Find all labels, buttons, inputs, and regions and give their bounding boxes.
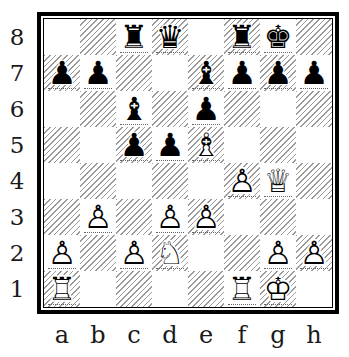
piece-black-rook: ♜ xyxy=(116,19,152,55)
rank-label-5: 5 xyxy=(0,127,34,163)
white-rook-glyph: ♖ xyxy=(224,271,260,307)
square-d7 xyxy=(152,55,188,91)
square-h7: ♟ xyxy=(296,55,332,91)
file-label-b: b xyxy=(80,318,116,352)
piece-white-pawn: ♟♙ xyxy=(152,199,188,235)
square-a2: ♟♙ xyxy=(44,235,80,271)
rank-label-7: 7 xyxy=(0,55,34,91)
piece-black-pawn: ♟ xyxy=(152,127,188,163)
square-h1 xyxy=(296,271,332,307)
piece-white-queen: ♛♕ xyxy=(260,163,296,199)
piece-black-pawn: ♟ xyxy=(80,55,116,91)
file-label-f: f xyxy=(224,318,260,352)
square-c5: ♟ xyxy=(116,127,152,163)
piece-white-pawn: ♟♙ xyxy=(188,199,224,235)
square-d6 xyxy=(152,91,188,127)
square-g7: ♟ xyxy=(260,55,296,91)
square-b1 xyxy=(80,271,116,307)
black-bishop-glyph: ♝ xyxy=(116,91,152,127)
file-label-a: a xyxy=(44,318,80,352)
square-b7: ♟ xyxy=(80,55,116,91)
white-knight-glyph: ♘ xyxy=(152,235,188,271)
square-a1: ♜♖ xyxy=(44,271,80,307)
black-pawn-glyph: ♟ xyxy=(44,55,80,91)
square-e7: ♝ xyxy=(188,55,224,91)
square-a8 xyxy=(44,19,80,55)
square-a4 xyxy=(44,163,80,199)
square-d4 xyxy=(152,163,188,199)
square-g2: ♟♙ xyxy=(260,235,296,271)
square-h6 xyxy=(296,91,332,127)
piece-white-pawn: ♟♙ xyxy=(224,163,260,199)
piece-white-pawn: ♟♙ xyxy=(80,199,116,235)
file-label-e: e xyxy=(188,318,224,352)
file-label-h: h xyxy=(296,318,332,352)
square-f3 xyxy=(224,199,260,235)
square-f6 xyxy=(224,91,260,127)
square-d2: ♞♘ xyxy=(152,235,188,271)
square-g5 xyxy=(260,127,296,163)
rank-labels: 87654321 xyxy=(0,19,34,307)
piece-white-king: ♚♔ xyxy=(260,271,296,307)
piece-black-queen: ♛ xyxy=(152,19,188,55)
piece-black-pawn: ♟ xyxy=(260,55,296,91)
square-d8: ♛ xyxy=(152,19,188,55)
board-inner-border: ♜♛♜♚♟♟♝♟♟♟♝♟♟♟♝♗♟♙♛♕♟♙♟♙♟♙♟♙♟♙♞♘♟♙♟♙♜♖♜♖… xyxy=(43,18,333,308)
square-b4 xyxy=(80,163,116,199)
square-f5 xyxy=(224,127,260,163)
black-rook-glyph: ♜ xyxy=(116,19,152,55)
rank-label-6: 6 xyxy=(0,91,34,127)
piece-white-rook: ♜♖ xyxy=(224,271,260,307)
white-pawn-glyph: ♙ xyxy=(80,199,116,235)
square-c2: ♟♙ xyxy=(116,235,152,271)
square-a7: ♟ xyxy=(44,55,80,91)
black-pawn-glyph: ♟ xyxy=(296,55,332,91)
square-c8: ♜ xyxy=(116,19,152,55)
piece-white-bishop: ♝♗ xyxy=(188,127,224,163)
white-king-glyph: ♔ xyxy=(260,271,296,307)
white-pawn-glyph: ♙ xyxy=(152,199,188,235)
white-pawn-glyph: ♙ xyxy=(116,235,152,271)
square-g6 xyxy=(260,91,296,127)
square-h4 xyxy=(296,163,332,199)
square-d3: ♟♙ xyxy=(152,199,188,235)
square-b3: ♟♙ xyxy=(80,199,116,235)
file-label-g: g xyxy=(260,318,296,352)
square-f1: ♜♖ xyxy=(224,271,260,307)
square-e2 xyxy=(188,235,224,271)
square-f2 xyxy=(224,235,260,271)
black-bishop-glyph: ♝ xyxy=(188,55,224,91)
white-bishop-glyph: ♗ xyxy=(188,127,224,163)
square-f4: ♟♙ xyxy=(224,163,260,199)
square-g8: ♚ xyxy=(260,19,296,55)
piece-black-pawn: ♟ xyxy=(224,55,260,91)
white-pawn-glyph: ♙ xyxy=(44,235,80,271)
square-h5 xyxy=(296,127,332,163)
file-label-d: d xyxy=(152,318,188,352)
square-g3 xyxy=(260,199,296,235)
file-labels: abcdefgh xyxy=(44,318,332,352)
square-e6: ♟ xyxy=(188,91,224,127)
rank-label-1: 1 xyxy=(0,271,34,307)
square-a6 xyxy=(44,91,80,127)
square-c1 xyxy=(116,271,152,307)
square-f7: ♟ xyxy=(224,55,260,91)
square-e3: ♟♙ xyxy=(188,199,224,235)
black-queen-glyph: ♛ xyxy=(152,19,188,55)
rank-label-2: 2 xyxy=(0,235,34,271)
rank-label-8: 8 xyxy=(0,19,34,55)
black-pawn-glyph: ♟ xyxy=(224,55,260,91)
square-d1 xyxy=(152,271,188,307)
square-g1: ♚♔ xyxy=(260,271,296,307)
square-h2: ♟♙ xyxy=(296,235,332,271)
piece-black-pawn: ♟ xyxy=(188,91,224,127)
rank-label-4: 4 xyxy=(0,163,34,199)
white-pawn-glyph: ♙ xyxy=(260,235,296,271)
piece-black-king: ♚ xyxy=(260,19,296,55)
chess-board: ♜♛♜♚♟♟♝♟♟♟♝♟♟♟♝♗♟♙♛♕♟♙♟♙♟♙♟♙♟♙♞♘♟♙♟♙♜♖♜♖… xyxy=(44,19,332,307)
board-frame: ♜♛♜♚♟♟♝♟♟♟♝♟♟♟♝♗♟♙♛♕♟♙♟♙♟♙♟♙♟♙♞♘♟♙♟♙♜♖♜♖… xyxy=(37,12,339,314)
piece-white-pawn: ♟♙ xyxy=(116,235,152,271)
black-rook-glyph: ♜ xyxy=(224,19,260,55)
white-pawn-glyph: ♙ xyxy=(296,235,332,271)
square-h3 xyxy=(296,199,332,235)
square-g4: ♛♕ xyxy=(260,163,296,199)
piece-black-bishop: ♝ xyxy=(116,91,152,127)
black-pawn-glyph: ♟ xyxy=(188,91,224,127)
rank-label-3: 3 xyxy=(0,199,34,235)
square-a5 xyxy=(44,127,80,163)
square-b2 xyxy=(80,235,116,271)
piece-white-knight: ♞♘ xyxy=(152,235,188,271)
square-f8: ♜ xyxy=(224,19,260,55)
white-queen-glyph: ♕ xyxy=(260,163,296,199)
square-c4 xyxy=(116,163,152,199)
piece-black-pawn: ♟ xyxy=(44,55,80,91)
piece-black-pawn: ♟ xyxy=(116,127,152,163)
square-h8 xyxy=(296,19,332,55)
file-label-c: c xyxy=(116,318,152,352)
black-pawn-glyph: ♟ xyxy=(260,55,296,91)
square-e1 xyxy=(188,271,224,307)
white-pawn-glyph: ♙ xyxy=(224,163,260,199)
square-c3 xyxy=(116,199,152,235)
square-e4 xyxy=(188,163,224,199)
piece-white-pawn: ♟♙ xyxy=(44,235,80,271)
square-b5 xyxy=(80,127,116,163)
black-pawn-glyph: ♟ xyxy=(80,55,116,91)
piece-black-rook: ♜ xyxy=(224,19,260,55)
white-rook-glyph: ♖ xyxy=(44,271,80,307)
piece-white-rook: ♜♖ xyxy=(44,271,80,307)
square-b6 xyxy=(80,91,116,127)
square-b8 xyxy=(80,19,116,55)
black-pawn-glyph: ♟ xyxy=(152,127,188,163)
square-a3 xyxy=(44,199,80,235)
chess-diagram: 87654321 ♜♛♜♚♟♟♝♟♟♟♝♟♟♟♝♗♟♙♛♕♟♙♟♙♟♙♟♙♟♙♞… xyxy=(0,0,349,357)
piece-white-pawn: ♟♙ xyxy=(296,235,332,271)
square-d5: ♟ xyxy=(152,127,188,163)
piece-black-bishop: ♝ xyxy=(188,55,224,91)
square-c6: ♝ xyxy=(116,91,152,127)
white-pawn-glyph: ♙ xyxy=(188,199,224,235)
square-c7 xyxy=(116,55,152,91)
square-e5: ♝♗ xyxy=(188,127,224,163)
black-pawn-glyph: ♟ xyxy=(116,127,152,163)
piece-black-pawn: ♟ xyxy=(296,55,332,91)
square-e8 xyxy=(188,19,224,55)
black-king-glyph: ♚ xyxy=(260,19,296,55)
piece-white-pawn: ♟♙ xyxy=(260,235,296,271)
